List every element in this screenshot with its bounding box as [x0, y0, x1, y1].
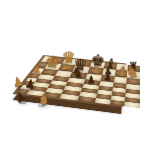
- board-tilt-wrapper: ♛♚♝♜♚♟♛♟♟♝♞♟♞♟♟: [26, 27, 125, 126]
- metal-base: [19, 100, 26, 104]
- chess-set-product-photo: ♛♚♝♜♚♟♛♟♟♝♞♟♞♟♟ ♟♟♟♞: [0, 0, 150, 150]
- square-f7: ♟: [102, 68, 116, 76]
- square-e6: [85, 73, 102, 81]
- square-g1: [109, 100, 124, 107]
- board-3d: ♛♚♝♜♚♟♛♟♟♝♞♟♞♟♟: [12, 55, 126, 108]
- captured-piece-shadow: [23, 89, 37, 93]
- square-d1: [60, 94, 79, 101]
- square-e1: [77, 96, 96, 103]
- piece-black-rook-h8: ♜: [128, 61, 139, 73]
- square-a4: [26, 78, 37, 83]
- square-h1: [124, 102, 139, 109]
- square-f1: [95, 98, 111, 104]
- square-g7: ♝: [114, 70, 127, 78]
